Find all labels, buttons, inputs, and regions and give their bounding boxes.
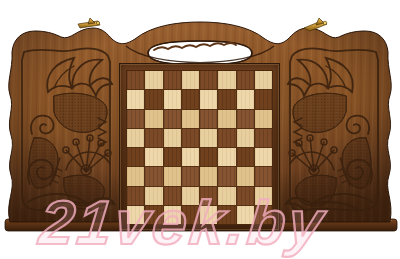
chess-square [182,167,199,185]
chess-square [218,167,235,185]
chess-square [164,187,181,205]
chess-square [200,110,217,128]
chess-square [218,148,235,166]
chess-square [237,110,254,128]
chess-square [145,90,162,108]
chessboard-grid [126,70,273,225]
chess-square [164,110,181,128]
finger-grip-scallops [154,43,236,50]
chess-square [127,90,144,108]
chess-square [164,129,181,147]
chess-square [218,206,235,224]
leaf-carving [288,58,353,96]
chess-square [145,71,162,89]
chess-square [127,71,144,89]
chess-square [218,110,235,128]
chess-square [255,206,272,224]
chess-square [200,167,217,185]
chess-square [164,148,181,166]
chess-square [237,167,254,185]
chess-square [237,129,254,147]
chess-square [200,90,217,108]
chess-square [182,187,199,205]
chess-square [182,110,199,128]
chess-square [255,129,272,147]
chess-square [218,71,235,89]
chess-square [200,71,217,89]
chess-square [164,71,181,89]
chess-square [145,129,162,147]
chess-square [200,187,217,205]
product-photo: 21vek.by [0,0,400,259]
chess-square [145,206,162,224]
chess-square [127,110,144,128]
chess-square [237,148,254,166]
chessboard [119,63,280,231]
chess-square [218,187,235,205]
right-hinge-icon [304,18,327,31]
chess-square [200,129,217,147]
left-carving-ornament [14,38,118,224]
chess-square [218,90,235,108]
chess-square [255,90,272,108]
left-hinge-icon [78,18,100,28]
stipple-texture [293,93,371,206]
chess-square [255,187,272,205]
chess-square [127,148,144,166]
chess-square [164,206,181,224]
chess-square [200,206,217,224]
chess-square [145,167,162,185]
chess-square [237,90,254,108]
chess-square [200,148,217,166]
chess-square [145,110,162,128]
chess-square [182,90,199,108]
chess-square [255,148,272,166]
chess-square [127,167,144,185]
chess-square [237,187,254,205]
chess-square [164,167,181,185]
chess-square [255,71,272,89]
chess-square [237,71,254,89]
chess-square [255,110,272,128]
chess-square [164,90,181,108]
chess-square [237,206,254,224]
chess-square [145,187,162,205]
chess-square [127,129,144,147]
chess-square [145,148,162,166]
chess-square [182,206,199,224]
chess-square [182,71,199,89]
chess-square [182,129,199,147]
stipple-texture [29,93,107,206]
chess-square [127,187,144,205]
chess-square [182,148,199,166]
chess-square [127,206,144,224]
chess-square [218,129,235,147]
chess-square [255,167,272,185]
right-carving-ornament [282,38,386,224]
leaf-carving [47,58,112,96]
